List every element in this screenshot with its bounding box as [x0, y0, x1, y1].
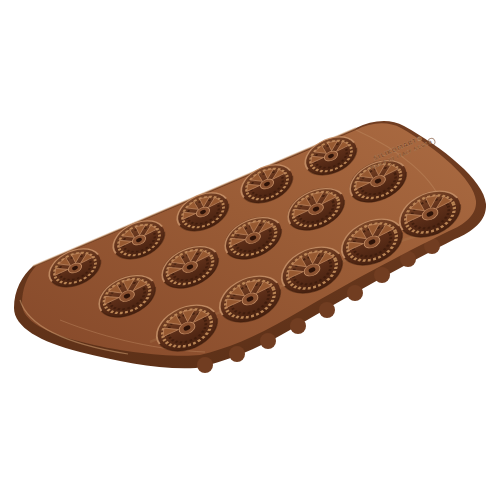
edge-bump: [229, 346, 245, 362]
edge-bump: [197, 357, 213, 373]
chocolate-mould-illustration: SILIKOMART® MADE IN ITALY SCG19: [0, 0, 500, 500]
edge-bump: [260, 333, 276, 349]
edge-bump: [319, 302, 335, 318]
edge-bump: [290, 318, 306, 334]
edge-bump: [347, 285, 363, 301]
product-image: SILIKOMART® MADE IN ITALY SCG19: [0, 0, 500, 500]
edge-bump: [374, 267, 390, 283]
